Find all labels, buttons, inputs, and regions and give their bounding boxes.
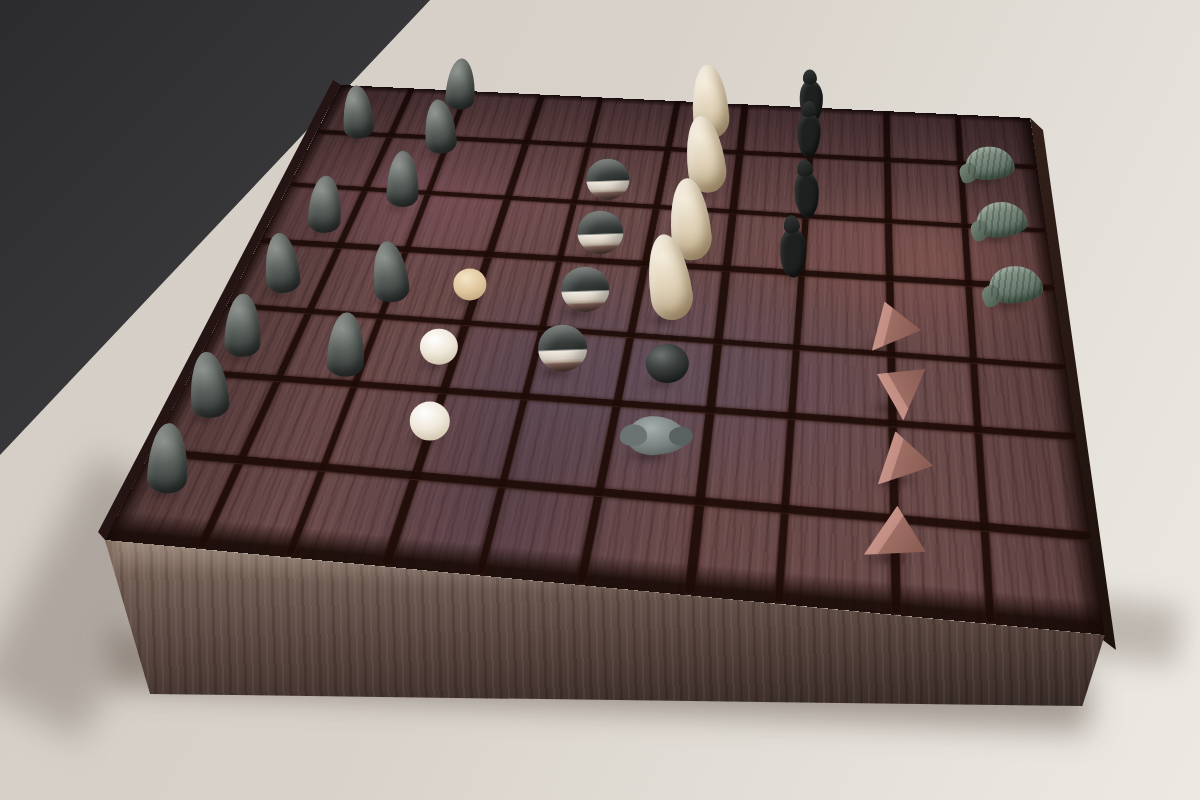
game-piece-cream[interactable]: [453, 268, 486, 300]
board-rim-right: [1014, 117, 1105, 635]
game-piece-banded[interactable]: [538, 325, 588, 372]
game-piece-cone[interactable]: [445, 57, 478, 110]
museum-scene: [0, 0, 1200, 800]
game-piece-black[interactable]: [646, 344, 688, 383]
grid-line-vertical: [955, 114, 995, 624]
game-piece-banded[interactable]: [561, 267, 609, 312]
piece-shadow: [857, 398, 923, 419]
